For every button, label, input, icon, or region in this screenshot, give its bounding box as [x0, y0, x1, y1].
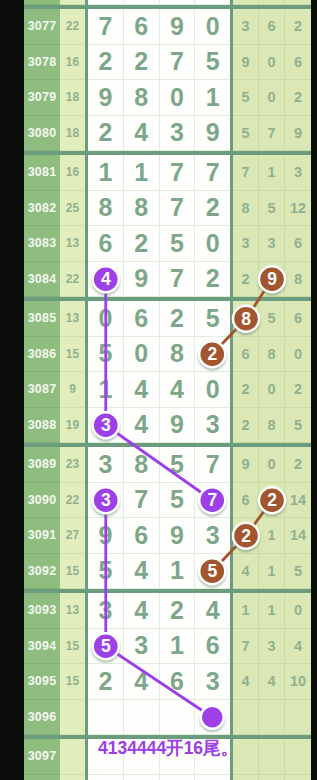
digit-cell: 2 [195, 337, 230, 373]
digit-cell [124, 700, 160, 736]
digit-cell: 9 [88, 80, 124, 116]
digit-cell: 0 [195, 226, 230, 262]
period-cell: 3089 [24, 447, 60, 483]
period-cell: 3091 [24, 518, 60, 554]
stat-cell: 6 [233, 483, 259, 519]
sum-cell: 18 [60, 80, 85, 116]
digit-cell: 9 [160, 408, 196, 444]
stat-cell: 2 [285, 80, 311, 116]
stat-cell: 0 [259, 80, 285, 116]
period-cell: 3090 [24, 483, 60, 519]
period-cell: 3088 [24, 408, 60, 444]
stat-cell: 7 [259, 116, 285, 152]
chart-row-3092: 3092155415415 [24, 554, 311, 590]
digit-cell: 2 [124, 45, 160, 81]
digit-cell: 2 [124, 226, 160, 262]
digit-cell: 0 [124, 337, 160, 373]
digit-cell [195, 775, 230, 780]
sum-cell: 19 [60, 408, 85, 444]
stat-cell: 6 [285, 226, 311, 262]
digit-block: 5316 [85, 629, 233, 665]
stat-block: 856 [233, 301, 311, 337]
digit-cell: 7 [160, 155, 196, 191]
sum-cell [60, 739, 85, 775]
stat-block: 202 [233, 372, 311, 408]
digit-block: 2275 [85, 45, 233, 81]
digit-block: 5415 [85, 554, 233, 590]
sum-cell [60, 700, 85, 736]
digit-cell: 9 [160, 9, 196, 45]
digit-cell: 3 [160, 116, 196, 152]
stat-cell: 14 [285, 518, 311, 554]
stat-cell: 1 [259, 593, 285, 629]
stat-cell: 7 [233, 155, 259, 191]
chart-row-3083: 3083136250336 [24, 226, 311, 262]
period-cell: 3096 [24, 700, 60, 736]
digit-cell: 3 [88, 483, 124, 519]
chart-row-3094: 3094155316734 [24, 629, 311, 665]
period-cell: 3079 [24, 80, 60, 116]
digit-cell [195, 700, 230, 736]
stat-cell: 9 [233, 447, 259, 483]
digit-cell: 5 [195, 554, 230, 590]
digit-block: 3757 [85, 483, 233, 519]
stat-cell [285, 700, 311, 736]
stat-cell: 12 [285, 191, 311, 227]
chart-row-3079: 3079189801502 [24, 80, 311, 116]
stat-cell: 2 [233, 408, 259, 444]
period-cell: 3086 [24, 337, 60, 373]
sum-cell: 13 [60, 301, 85, 337]
digit-cell: 2 [195, 191, 230, 227]
digit-cell: 2 [160, 301, 196, 337]
digit-block: 7690 [85, 9, 233, 45]
stat-cell [259, 775, 285, 780]
digit-cell: 1 [88, 155, 124, 191]
digit-cell: 2 [195, 262, 230, 298]
sum-cell: 18 [60, 116, 85, 152]
digit-cell: 6 [88, 226, 124, 262]
digit-cell: 1 [160, 554, 196, 590]
sum-cell: 13 [60, 593, 85, 629]
period-cell: 3094 [24, 629, 60, 665]
stat-block: 2114 [233, 518, 311, 554]
stat-cell: 8 [259, 408, 285, 444]
stat-cell: 2 [233, 372, 259, 408]
stat-cell: 6 [285, 301, 311, 337]
digit-block: 1440 [85, 372, 233, 408]
digit-cell: 1 [88, 372, 124, 408]
stat-cell: 8 [233, 191, 259, 227]
period-cell: 3081 [24, 155, 60, 191]
digit-cell: 5 [88, 629, 124, 665]
digit-cell: 1 [195, 80, 230, 116]
stat-cell: 3 [259, 226, 285, 262]
stat-cell: 3 [259, 629, 285, 665]
digit-cell [160, 775, 196, 780]
period-cell: 3080 [24, 116, 60, 152]
stat-cell: 1 [259, 155, 285, 191]
stat-cell: 2 [285, 447, 311, 483]
stat-cell: 2 [285, 372, 311, 408]
stat-cell [259, 739, 285, 775]
stat-cell: 9 [285, 116, 311, 152]
stat-cell: 8 [285, 262, 311, 298]
stat-cell: 3 [233, 9, 259, 45]
stat-block [233, 739, 311, 775]
digit-block [85, 775, 233, 780]
digit-cell: 5 [160, 447, 196, 483]
stat-cell: 7 [233, 629, 259, 665]
stat-cell: 2 [233, 518, 259, 554]
stat-cell: 0 [285, 593, 311, 629]
partial-row [24, 775, 311, 780]
sum-cell: 16 [60, 155, 85, 191]
stat-cell: 6 [285, 45, 311, 81]
digit-block: 9801 [85, 80, 233, 116]
stat-cell: 8 [233, 301, 259, 337]
stat-cell [259, 700, 285, 736]
stat-block [233, 700, 311, 736]
digit-cell: 3 [88, 408, 124, 444]
period-cell: 3085 [24, 301, 60, 337]
stat-cell: 5 [259, 301, 285, 337]
digit-block: 0625 [85, 301, 233, 337]
digit-cell: 6 [124, 518, 160, 554]
digit-cell: 7 [160, 262, 196, 298]
digit-block: 8872 [85, 191, 233, 227]
stat-cell: 4 [285, 629, 311, 665]
chart-row-3087: 308791440202 [24, 372, 311, 408]
stat-cell [285, 739, 311, 775]
digit-cell: 1 [160, 629, 196, 665]
digit-cell: 5 [195, 45, 230, 81]
digit-cell: 3 [195, 408, 230, 444]
digit-cell: 4 [160, 372, 196, 408]
stat-block: 680 [233, 337, 311, 373]
sum-cell: 16 [60, 45, 85, 81]
digit-cell: 6 [124, 301, 160, 337]
stat-block: 502 [233, 80, 311, 116]
stat-cell: 0 [259, 372, 285, 408]
digit-cell: 3 [88, 593, 124, 629]
stat-cell: 0 [259, 45, 285, 81]
stat-cell: 3 [233, 226, 259, 262]
period-cell: 3077 [24, 9, 60, 45]
period-cell: 3095 [24, 664, 60, 700]
digit-cell: 7 [124, 483, 160, 519]
digit-cell: 7 [195, 447, 230, 483]
period-cell: 3082 [24, 191, 60, 227]
stat-block: 6214 [233, 483, 311, 519]
stat-cell: 10 [285, 664, 311, 700]
stat-block: 579 [233, 116, 311, 152]
digit-block: 3857 [85, 447, 233, 483]
period-cell: 3084 [24, 262, 60, 298]
trend-chart-board: 3077227690362307816227590630791898015023… [24, 0, 311, 780]
digit-block: 4972 [85, 262, 233, 298]
stat-block: 8512 [233, 191, 311, 227]
digit-cell: 5 [88, 554, 124, 590]
digit-cell: 8 [124, 447, 160, 483]
digit-cell: 2 [88, 664, 124, 700]
sum-cell: 25 [60, 191, 85, 227]
stat-block: 336 [233, 226, 311, 262]
digit-cell: 8 [124, 191, 160, 227]
stat-block: 902 [233, 447, 311, 483]
digit-cell: 4 [124, 408, 160, 444]
period-cell: 3078 [24, 45, 60, 81]
sum-cell: 23 [60, 447, 85, 483]
period-cell [24, 775, 60, 780]
sum-cell [60, 775, 85, 780]
sum-cell: 22 [60, 262, 85, 298]
stat-block: 415 [233, 554, 311, 590]
digit-cell [160, 700, 196, 736]
digit-cell: 7 [88, 9, 124, 45]
digit-cell: 3 [195, 664, 230, 700]
stat-block [233, 775, 311, 780]
digit-block [85, 700, 233, 736]
stat-cell: 0 [259, 447, 285, 483]
digit-cell: 4 [124, 372, 160, 408]
chart-row-3078: 3078162275906 [24, 45, 311, 81]
stat-cell [233, 700, 259, 736]
digit-cell: 2 [160, 593, 196, 629]
stat-cell: 3 [285, 155, 311, 191]
digit-cell: 7 [195, 155, 230, 191]
digit-cell: 6 [160, 664, 196, 700]
period-cell: 3092 [24, 554, 60, 590]
sum-cell: 27 [60, 518, 85, 554]
digit-cell [88, 775, 124, 780]
stat-cell: 2 [233, 262, 259, 298]
digit-cell: 1 [124, 155, 160, 191]
digit-cell: 9 [160, 518, 196, 554]
digit-cell: 9 [124, 262, 160, 298]
stat-cell: 9 [233, 45, 259, 81]
chart-row-3080: 3080182439579 [24, 116, 311, 152]
sum-cell: 15 [60, 337, 85, 373]
stat-cell: 5 [285, 408, 311, 444]
digit-block: 3493 [85, 408, 233, 444]
digit-cell: 4 [124, 116, 160, 152]
stat-cell: 5 [285, 554, 311, 590]
chart-row-3081: 3081161177713 [24, 155, 311, 191]
stat-cell: 0 [285, 337, 311, 373]
digit-cell: 9 [195, 116, 230, 152]
period-cell: 3083 [24, 226, 60, 262]
chart-row-3096: 3096 [24, 700, 311, 736]
stat-cell: 8 [259, 337, 285, 373]
period-cell: 3097 [24, 739, 60, 775]
digit-cell: 5 [160, 483, 196, 519]
chart-row-3089: 3089233857902 [24, 447, 311, 483]
digit-cell: 2 [88, 45, 124, 81]
chart-row-3086: 3086155082680 [24, 337, 311, 373]
digit-cell: 7 [195, 483, 230, 519]
lottery-trend-chart-screen[interactable]: 3077227690362307816227590630791898015023… [0, 0, 317, 780]
digit-cell: 2 [88, 116, 124, 152]
digit-cell: 7 [160, 191, 196, 227]
digit-cell: 4 [88, 262, 124, 298]
stat-block: 713 [233, 155, 311, 191]
stat-cell: 2 [259, 483, 285, 519]
sum-cell: 22 [60, 9, 85, 45]
digit-cell: 3 [88, 447, 124, 483]
digit-cell: 6 [195, 629, 230, 665]
digit-cell: 8 [124, 80, 160, 116]
sum-cell: 9 [60, 372, 85, 408]
stat-cell [285, 775, 311, 780]
digit-cell: 4 [124, 554, 160, 590]
digit-cell: 3 [195, 518, 230, 554]
stat-block: 906 [233, 45, 311, 81]
stat-block: 285 [233, 408, 311, 444]
stat-cell: 4 [233, 554, 259, 590]
chart-row-3090: 30902237576214 [24, 483, 311, 519]
chart-row-3088: 3088193493285 [24, 408, 311, 444]
chart-row-3082: 30822588728512 [24, 191, 311, 227]
period-cell: 3093 [24, 593, 60, 629]
stat-cell: 1 [259, 518, 285, 554]
sum-cell: 22 [60, 483, 85, 519]
stat-block: 298 [233, 262, 311, 298]
stat-block: 362 [233, 9, 311, 45]
digit-block: 5082 [85, 337, 233, 373]
sum-cell: 15 [60, 629, 85, 665]
chart-row-3077: 3077227690362 [24, 9, 311, 45]
sum-cell: 15 [60, 664, 85, 700]
stat-cell: 1 [259, 554, 285, 590]
stat-cell: 4 [259, 664, 285, 700]
stat-cell: 4 [233, 664, 259, 700]
digit-block: 6250 [85, 226, 233, 262]
stat-cell [233, 775, 259, 780]
digit-cell: 0 [88, 301, 124, 337]
chart-row-3085: 3085130625856 [24, 301, 311, 337]
stat-cell: 2 [285, 9, 311, 45]
digit-cell: 8 [88, 191, 124, 227]
digit-cell: 0 [195, 9, 230, 45]
chart-row-3095: 30951524634410 [24, 664, 311, 700]
prediction-annotation: 4134444开16尾。 [98, 736, 238, 760]
digit-cell: 4 [195, 593, 230, 629]
digit-cell [88, 700, 124, 736]
digit-cell [124, 775, 160, 780]
stat-cell: 6 [233, 337, 259, 373]
digit-cell: 4 [124, 664, 160, 700]
digit-cell: 9 [88, 518, 124, 554]
stat-cell: 5 [233, 80, 259, 116]
digit-block: 9693 [85, 518, 233, 554]
digit-cell: 5 [88, 337, 124, 373]
digit-cell: 0 [160, 80, 196, 116]
stat-block: 4410 [233, 664, 311, 700]
digit-cell: 8 [160, 337, 196, 373]
digit-cell: 7 [160, 45, 196, 81]
stat-cell: 5 [259, 191, 285, 227]
digit-cell: 6 [124, 9, 160, 45]
digit-block: 3424 [85, 593, 233, 629]
chart-row-3091: 30912796932114 [24, 518, 311, 554]
stat-block: 110 [233, 593, 311, 629]
digit-cell: 5 [160, 226, 196, 262]
digit-block: 2439 [85, 116, 233, 152]
chart-row-3093: 3093133424110 [24, 593, 311, 629]
sum-cell: 15 [60, 554, 85, 590]
stat-cell: 6 [259, 9, 285, 45]
chart-row-3084: 3084224972298 [24, 262, 311, 298]
digit-cell: 0 [195, 372, 230, 408]
digit-cell: 5 [195, 301, 230, 337]
stat-cell: 1 [233, 593, 259, 629]
stat-cell: 9 [259, 262, 285, 298]
digit-block: 2463 [85, 664, 233, 700]
digit-cell: 3 [124, 629, 160, 665]
stat-block: 734 [233, 629, 311, 665]
digit-cell: 4 [124, 593, 160, 629]
stat-cell: 14 [285, 483, 311, 519]
stat-cell: 5 [233, 116, 259, 152]
digit-block: 1177 [85, 155, 233, 191]
sum-cell: 13 [60, 226, 85, 262]
period-cell: 3087 [24, 372, 60, 408]
